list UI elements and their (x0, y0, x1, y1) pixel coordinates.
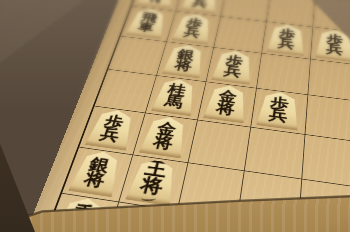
piece-kanji: 将 (139, 176, 165, 196)
piece-silver-85[interactable]: 銀将 (161, 43, 208, 79)
piece-slot-6-6: 歩兵 (250, 87, 307, 133)
piece-gold-87[interactable]: 金将 (138, 114, 192, 158)
piece-pawn-64[interactable]: 歩兵 (265, 23, 307, 56)
piece-kanji: 兵 (98, 127, 121, 143)
piece-kanji: 兵 (277, 38, 295, 50)
piece-knight-86[interactable]: 桂馬 (150, 77, 200, 117)
piece-kanji: 将 (82, 171, 106, 189)
piece-kanji: 兵 (183, 27, 201, 39)
piece-pawn-66[interactable]: 歩兵 (255, 90, 302, 131)
king-maker-mark (141, 195, 156, 201)
piece-pawn-75[interactable]: 歩兵 (210, 49, 256, 85)
piece-kanji: 兵 (326, 44, 343, 56)
piece-kanji: 将 (174, 59, 194, 72)
piece-kanji: 車 (137, 22, 156, 34)
piece-slot-8-8: 王将 (118, 154, 187, 210)
piece-kanji: 馬 (163, 95, 184, 109)
piece-kanji: 将 (147, 0, 165, 3)
shogi-board: 銀将歩兵飛車歩兵歩兵歩兵銀将歩兵桂馬金将歩兵歩兵金将銀将王将香車 (14, 0, 350, 232)
piece-silver-98[interactable]: 銀将 (67, 149, 126, 198)
piece-rook-94[interactable]: 飛車 (124, 7, 170, 39)
piece-kanji: 将 (215, 101, 235, 116)
piece-pawn-97[interactable]: 歩兵 (84, 107, 139, 150)
piece-kanji: 兵 (191, 0, 209, 8)
piece-slot-6-4: 歩兵 (261, 21, 312, 58)
shogi-board-photo: 銀将歩兵飛車歩兵歩兵歩兵銀将歩兵桂馬金将歩兵歩兵金将銀将王将香車 (0, 0, 350, 232)
piece-kanji: 兵 (268, 108, 288, 123)
piece-king-88[interactable]: 王将 (124, 156, 181, 206)
piece-kanji: 将 (152, 135, 174, 151)
piece-slot-7-6: 金将 (196, 81, 255, 126)
piece-kanji: 兵 (223, 65, 242, 78)
piece-pawn-84[interactable]: 歩兵 (171, 12, 216, 44)
board-scene: 銀将歩兵飛車歩兵歩兵歩兵銀将歩兵桂馬金将歩兵歩兵金将銀将王将香車 (0, 0, 350, 232)
piece-gold-76[interactable]: 金将 (202, 83, 251, 123)
